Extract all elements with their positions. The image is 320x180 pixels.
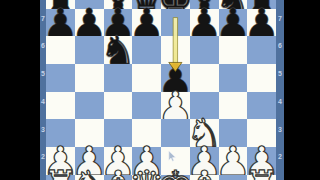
square-h6[interactable]: [247, 36, 276, 64]
square-c4[interactable]: [104, 92, 133, 120]
square-c5[interactable]: [104, 64, 133, 92]
rank-label-6: 6: [276, 42, 284, 50]
black-pawn-h7[interactable]: ♟: [247, 9, 276, 37]
rank-label-3: 3: [276, 126, 284, 134]
square-h7[interactable]: ♟: [247, 9, 276, 37]
square-h1[interactable]: ♜: [247, 175, 276, 180]
square-g4[interactable]: [219, 92, 248, 120]
video-frame: 87654321 ♜♝♛♚♝♞♜♟♟♟♟♟♟♟♞♟♟♞♟♟♟♟♟♟♟♜♞♝♛♚♝…: [0, 0, 320, 180]
chess-board-area: 87654321 ♜♝♛♚♝♞♜♟♟♟♟♟♟♟♞♟♟♞♟♟♟♟♟♟♟♜♞♝♛♚♝…: [40, 0, 284, 180]
rank-label-2: 2: [276, 153, 284, 161]
square-d7[interactable]: ♟: [132, 9, 161, 37]
black-knight-c6[interactable]: ♞: [104, 36, 133, 64]
chess-board[interactable]: ♜♝♛♚♝♞♜♟♟♟♟♟♟♟♞♟♟♞♟♟♟♟♟♟♟♜♞♝♛♚♝♜: [46, 0, 276, 180]
white-bishop-f1[interactable]: ♝: [190, 171, 219, 180]
square-f5[interactable]: [190, 64, 219, 92]
square-f1[interactable]: ♝: [190, 175, 219, 180]
rank-label-7: 7: [276, 15, 284, 23]
square-h4[interactable]: [247, 92, 276, 120]
square-a4[interactable]: [46, 92, 75, 120]
rank-label-4: 4: [276, 98, 284, 106]
square-h5[interactable]: [247, 64, 276, 92]
square-b4[interactable]: [75, 92, 104, 120]
square-g6[interactable]: [219, 36, 248, 64]
square-g5[interactable]: [219, 64, 248, 92]
rank-label-5: 5: [276, 70, 284, 78]
square-b5[interactable]: [75, 64, 104, 92]
board-border-right: 87654321: [276, 0, 284, 180]
square-c6[interactable]: ♞: [104, 36, 133, 64]
square-a6[interactable]: [46, 36, 75, 64]
white-rook-h1[interactable]: ♜: [247, 171, 276, 180]
black-pawn-d7[interactable]: ♟: [132, 9, 161, 37]
square-f6[interactable]: [190, 36, 219, 64]
square-a5[interactable]: [46, 64, 75, 92]
